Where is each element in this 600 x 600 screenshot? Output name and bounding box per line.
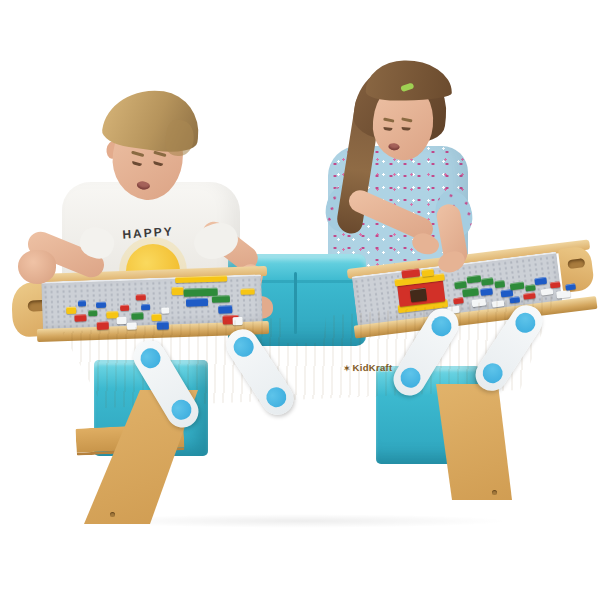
screw (110, 512, 115, 517)
brick (541, 288, 554, 295)
brick (97, 322, 109, 330)
brick (550, 281, 561, 288)
boy-head (90, 83, 209, 214)
brick (467, 275, 482, 284)
brick (141, 304, 150, 310)
screw (492, 490, 497, 495)
girl-head (346, 53, 459, 175)
brick (556, 290, 571, 299)
brick (171, 287, 183, 295)
brick (218, 305, 232, 313)
brick (136, 294, 146, 300)
brick (462, 287, 479, 297)
table-leg-right (430, 378, 530, 508)
brick (481, 277, 494, 285)
brick (453, 297, 464, 304)
boy-left-hand (18, 250, 56, 284)
brick (175, 275, 227, 283)
brick (96, 302, 106, 308)
brick (161, 307, 169, 313)
brick (565, 283, 576, 290)
product-photo-scene: HAPPY (0, 0, 600, 600)
brick (116, 317, 126, 324)
brick (494, 280, 505, 288)
brick (186, 298, 208, 307)
brick (120, 305, 129, 311)
brick (421, 269, 434, 277)
kidkraft-logo-text: KidKraft (353, 362, 393, 373)
girl-hair-fringe (365, 60, 452, 101)
brick (88, 310, 97, 316)
brick (525, 284, 536, 291)
brick (66, 307, 76, 314)
brick (131, 312, 143, 319)
brick (241, 288, 255, 294)
brick (74, 314, 86, 321)
brick (78, 300, 86, 306)
kidkraft-star-icon: ✶ (344, 364, 351, 373)
floor-shadow (90, 514, 510, 528)
bin-divider (294, 272, 297, 334)
brick (480, 288, 493, 296)
brick (212, 295, 230, 303)
brick (410, 288, 427, 303)
brick (510, 282, 525, 291)
brick (534, 277, 547, 285)
brick (151, 314, 161, 321)
